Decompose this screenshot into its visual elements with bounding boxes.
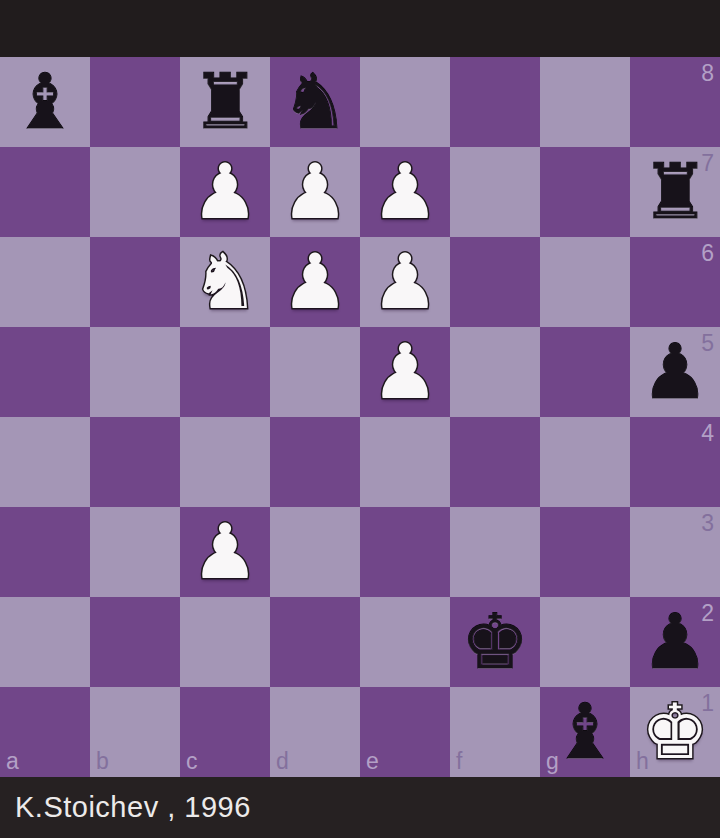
square-a6[interactable]	[0, 237, 90, 327]
square-c3[interactable]: ♟	[180, 507, 270, 597]
piece-black-bishop[interactable]: ♝	[551, 687, 619, 777]
square-a3[interactable]	[0, 507, 90, 597]
square-h1[interactable]: 1h♚	[630, 687, 720, 777]
square-c8[interactable]: ♜	[180, 57, 270, 147]
piece-black-pawn[interactable]: ♟	[641, 597, 709, 687]
square-b3[interactable]	[90, 507, 180, 597]
square-c2[interactable]	[180, 597, 270, 687]
square-g4[interactable]	[540, 417, 630, 507]
piece-white-pawn[interactable]: ♟	[371, 237, 439, 327]
square-g6[interactable]	[540, 237, 630, 327]
square-b5[interactable]	[90, 327, 180, 417]
square-h4[interactable]: 4	[630, 417, 720, 507]
square-f4[interactable]	[450, 417, 540, 507]
square-d4[interactable]	[270, 417, 360, 507]
square-f5[interactable]	[450, 327, 540, 417]
square-g1[interactable]: g♝	[540, 687, 630, 777]
piece-black-pawn[interactable]: ♟	[641, 327, 709, 417]
square-f6[interactable]	[450, 237, 540, 327]
square-g8[interactable]	[540, 57, 630, 147]
square-h2[interactable]: 2♟	[630, 597, 720, 687]
square-b8[interactable]	[90, 57, 180, 147]
square-e8[interactable]	[360, 57, 450, 147]
piece-black-rook[interactable]: ♜	[191, 57, 259, 147]
square-c6[interactable]: ♞	[180, 237, 270, 327]
square-h8[interactable]: 8	[630, 57, 720, 147]
caption-bar: K.Stoichev , 1996	[0, 777, 720, 838]
piece-black-rook[interactable]: ♜	[641, 147, 709, 237]
square-g5[interactable]	[540, 327, 630, 417]
square-h7[interactable]: 7♜	[630, 147, 720, 237]
square-g7[interactable]	[540, 147, 630, 237]
file-label-e: e	[366, 750, 379, 773]
square-f1[interactable]: f	[450, 687, 540, 777]
app-frame: ♝♜♞8♟♟♟7♜♞♟♟6♟5♟4♟3♚2♟abcdefg♝1h♚ K.Stoi…	[0, 0, 720, 838]
square-d6[interactable]: ♟	[270, 237, 360, 327]
rank-label-3: 3	[701, 512, 714, 535]
piece-white-pawn[interactable]: ♟	[371, 327, 439, 417]
square-c4[interactable]	[180, 417, 270, 507]
square-h5[interactable]: 5♟	[630, 327, 720, 417]
study-credit: K.Stoichev , 1996	[0, 791, 251, 824]
rank-label-8: 8	[701, 62, 714, 85]
square-e2[interactable]	[360, 597, 450, 687]
square-a5[interactable]	[0, 327, 90, 417]
chess-board: ♝♜♞8♟♟♟7♜♞♟♟6♟5♟4♟3♚2♟abcdefg♝1h♚	[0, 57, 720, 777]
square-f3[interactable]	[450, 507, 540, 597]
rank-label-6: 6	[701, 242, 714, 265]
square-a1[interactable]: a	[0, 687, 90, 777]
piece-white-pawn[interactable]: ♟	[281, 147, 349, 237]
square-e3[interactable]	[360, 507, 450, 597]
piece-black-bishop[interactable]: ♝	[11, 57, 79, 147]
square-e7[interactable]: ♟	[360, 147, 450, 237]
square-b6[interactable]	[90, 237, 180, 327]
square-f7[interactable]	[450, 147, 540, 237]
piece-black-king[interactable]: ♚	[461, 597, 529, 687]
square-d8[interactable]: ♞	[270, 57, 360, 147]
square-f2[interactable]: ♚	[450, 597, 540, 687]
piece-white-pawn[interactable]: ♟	[191, 507, 259, 597]
piece-white-pawn[interactable]: ♟	[281, 237, 349, 327]
top-bar	[0, 0, 720, 57]
square-f8[interactable]	[450, 57, 540, 147]
rank-label-4: 4	[701, 422, 714, 445]
square-c5[interactable]	[180, 327, 270, 417]
square-d3[interactable]	[270, 507, 360, 597]
square-c7[interactable]: ♟	[180, 147, 270, 237]
square-b7[interactable]	[90, 147, 180, 237]
file-label-d: d	[276, 750, 289, 773]
square-a4[interactable]	[0, 417, 90, 507]
square-g3[interactable]	[540, 507, 630, 597]
square-a8[interactable]: ♝	[0, 57, 90, 147]
square-d2[interactable]	[270, 597, 360, 687]
square-g2[interactable]	[540, 597, 630, 687]
square-b4[interactable]	[90, 417, 180, 507]
square-e4[interactable]	[360, 417, 450, 507]
piece-white-pawn[interactable]: ♟	[371, 147, 439, 237]
square-a7[interactable]	[0, 147, 90, 237]
piece-white-knight[interactable]: ♞	[191, 237, 259, 327]
piece-white-pawn[interactable]: ♟	[191, 147, 259, 237]
square-h3[interactable]: 3	[630, 507, 720, 597]
file-label-f: f	[456, 750, 462, 773]
file-label-b: b	[96, 750, 109, 773]
piece-black-knight[interactable]: ♞	[281, 57, 349, 147]
square-h6[interactable]: 6	[630, 237, 720, 327]
square-d5[interactable]	[270, 327, 360, 417]
file-label-c: c	[186, 750, 198, 773]
square-e1[interactable]: e	[360, 687, 450, 777]
square-d7[interactable]: ♟	[270, 147, 360, 237]
square-e5[interactable]: ♟	[360, 327, 450, 417]
square-b2[interactable]	[90, 597, 180, 687]
square-d1[interactable]: d	[270, 687, 360, 777]
square-a2[interactable]	[0, 597, 90, 687]
square-e6[interactable]: ♟	[360, 237, 450, 327]
piece-white-king[interactable]: ♚	[641, 687, 709, 777]
file-label-a: a	[6, 750, 19, 773]
square-c1[interactable]: c	[180, 687, 270, 777]
square-b1[interactable]: b	[90, 687, 180, 777]
